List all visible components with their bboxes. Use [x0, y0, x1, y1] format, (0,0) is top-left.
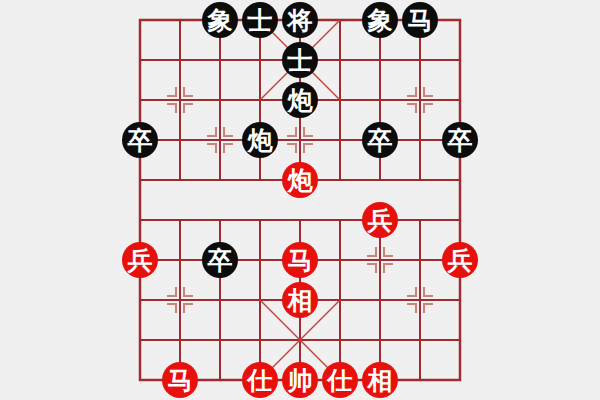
- intersection-4-8[interactable]: [280, 320, 320, 360]
- intersection-3-9[interactable]: 仕: [240, 360, 280, 400]
- intersection-3-8[interactable]: [240, 320, 280, 360]
- intersection-0-6[interactable]: 兵: [120, 240, 160, 280]
- intersection-4-4[interactable]: 炮: [280, 160, 320, 200]
- intersection-6-1[interactable]: [360, 40, 400, 80]
- piece-black-advisor[interactable]: 士: [282, 42, 318, 78]
- intersection-1-4[interactable]: [160, 160, 200, 200]
- piece-red-advisor[interactable]: 仕: [322, 362, 358, 398]
- piece-black-general[interactable]: 将: [282, 2, 318, 38]
- intersection-8-3[interactable]: 卒: [440, 120, 480, 160]
- intersection-4-3[interactable]: [280, 120, 320, 160]
- piece-red-soldier[interactable]: 兵: [362, 202, 398, 238]
- intersection-4-7[interactable]: 相: [280, 280, 320, 320]
- intersection-1-8[interactable]: [160, 320, 200, 360]
- intersection-0-8[interactable]: [120, 320, 160, 360]
- piece-red-general[interactable]: 帅: [282, 362, 318, 398]
- intersection-0-2[interactable]: [120, 80, 160, 120]
- piece-red-elephant[interactable]: 相: [362, 362, 398, 398]
- piece-black-horse[interactable]: 马: [402, 2, 438, 38]
- piece-red-soldier[interactable]: 兵: [442, 242, 478, 278]
- intersection-4-6[interactable]: 马: [280, 240, 320, 280]
- intersection-0-7[interactable]: [120, 280, 160, 320]
- intersection-3-5[interactable]: [240, 200, 280, 240]
- intersection-8-0[interactable]: [440, 0, 480, 40]
- intersection-2-4[interactable]: [200, 160, 240, 200]
- intersection-5-6[interactable]: [320, 240, 360, 280]
- piece-black-soldier[interactable]: 卒: [362, 122, 398, 158]
- intersection-6-8[interactable]: [360, 320, 400, 360]
- piece-black-advisor[interactable]: 士: [242, 2, 278, 38]
- intersection-2-1[interactable]: [200, 40, 240, 80]
- intersection-2-3[interactable]: [200, 120, 240, 160]
- intersection-1-2[interactable]: [160, 80, 200, 120]
- intersection-8-4[interactable]: [440, 160, 480, 200]
- piece-black-elephant[interactable]: 象: [362, 2, 398, 38]
- intersection-7-6[interactable]: [400, 240, 440, 280]
- xiangqi-board-screen: 象士将象马士炮卒炮卒卒炮兵兵卒马兵相马仕帅仕相: [0, 0, 600, 400]
- intersection-5-2[interactable]: [320, 80, 360, 120]
- intersection-1-9[interactable]: 马: [160, 360, 200, 400]
- intersection-1-6[interactable]: [160, 240, 200, 280]
- intersection-0-9[interactable]: [120, 360, 160, 400]
- intersection-6-7[interactable]: [360, 280, 400, 320]
- intersection-5-7[interactable]: [320, 280, 360, 320]
- intersection-5-0[interactable]: [320, 0, 360, 40]
- intersection-1-5[interactable]: [160, 200, 200, 240]
- intersection-6-6[interactable]: [360, 240, 400, 280]
- intersection-8-7[interactable]: [440, 280, 480, 320]
- intersection-5-8[interactable]: [320, 320, 360, 360]
- intersection-7-3[interactable]: [400, 120, 440, 160]
- intersection-5-4[interactable]: [320, 160, 360, 200]
- intersection-7-4[interactable]: [400, 160, 440, 200]
- intersection-2-7[interactable]: [200, 280, 240, 320]
- intersection-0-3[interactable]: 卒: [120, 120, 160, 160]
- intersection-6-4[interactable]: [360, 160, 400, 200]
- intersection-6-5[interactable]: 兵: [360, 200, 400, 240]
- piece-black-elephant[interactable]: 象: [202, 2, 238, 38]
- intersection-4-5[interactable]: [280, 200, 320, 240]
- intersection-1-7[interactable]: [160, 280, 200, 320]
- intersection-6-9[interactable]: 相: [360, 360, 400, 400]
- piece-black-cannon[interactable]: 炮: [282, 82, 318, 118]
- intersection-3-4[interactable]: [240, 160, 280, 200]
- intersection-7-2[interactable]: [400, 80, 440, 120]
- intersection-5-5[interactable]: [320, 200, 360, 240]
- piece-red-soldier[interactable]: 兵: [122, 242, 158, 278]
- intersection-7-7[interactable]: [400, 280, 440, 320]
- piece-red-horse[interactable]: 马: [162, 362, 198, 398]
- intersection-7-9[interactable]: [400, 360, 440, 400]
- intersection-8-5[interactable]: [440, 200, 480, 240]
- xiangqi-board: 象士将象马士炮卒炮卒卒炮兵兵卒马兵相马仕帅仕相: [120, 0, 480, 400]
- intersection-3-7[interactable]: [240, 280, 280, 320]
- piece-black-soldier[interactable]: 卒: [202, 242, 238, 278]
- intersection-4-2[interactable]: 炮: [280, 80, 320, 120]
- piece-black-soldier[interactable]: 卒: [122, 122, 158, 158]
- intersection-0-1[interactable]: [120, 40, 160, 80]
- piece-black-soldier[interactable]: 卒: [442, 122, 478, 158]
- intersection-3-2[interactable]: [240, 80, 280, 120]
- intersection-1-3[interactable]: [160, 120, 200, 160]
- intersection-2-8[interactable]: [200, 320, 240, 360]
- intersection-7-5[interactable]: [400, 200, 440, 240]
- intersection-8-6[interactable]: 兵: [440, 240, 480, 280]
- intersection-4-9[interactable]: 帅: [280, 360, 320, 400]
- piece-black-cannon[interactable]: 炮: [242, 122, 278, 158]
- intersection-4-0[interactable]: 将: [280, 0, 320, 40]
- intersection-1-1[interactable]: [160, 40, 200, 80]
- intersection-2-5[interactable]: [200, 200, 240, 240]
- intersection-2-6[interactable]: 卒: [200, 240, 240, 280]
- intersection-2-9[interactable]: [200, 360, 240, 400]
- intersection-7-8[interactable]: [400, 320, 440, 360]
- intersection-3-1[interactable]: [240, 40, 280, 80]
- piece-red-elephant[interactable]: 相: [282, 282, 318, 318]
- piece-red-horse[interactable]: 马: [282, 242, 318, 278]
- intersection-8-9[interactable]: [440, 360, 480, 400]
- piece-red-cannon[interactable]: 炮: [282, 162, 318, 198]
- intersection-8-2[interactable]: [440, 80, 480, 120]
- intersection-1-0[interactable]: [160, 0, 200, 40]
- intersection-4-1[interactable]: 士: [280, 40, 320, 80]
- intersection-0-5[interactable]: [120, 200, 160, 240]
- piece-red-advisor[interactable]: 仕: [242, 362, 278, 398]
- intersection-8-8[interactable]: [440, 320, 480, 360]
- intersection-3-0[interactable]: 士: [240, 0, 280, 40]
- intersection-6-2[interactable]: [360, 80, 400, 120]
- intersection-5-9[interactable]: 仕: [320, 360, 360, 400]
- intersection-3-3[interactable]: 炮: [240, 120, 280, 160]
- intersection-2-2[interactable]: [200, 80, 240, 120]
- intersection-0-0[interactable]: [120, 0, 160, 40]
- intersection-6-0[interactable]: 象: [360, 0, 400, 40]
- intersection-0-4[interactable]: [120, 160, 160, 200]
- intersection-7-1[interactable]: [400, 40, 440, 80]
- intersection-6-3[interactable]: 卒: [360, 120, 400, 160]
- intersection-5-1[interactable]: [320, 40, 360, 80]
- intersection-8-1[interactable]: [440, 40, 480, 80]
- intersection-5-3[interactable]: [320, 120, 360, 160]
- intersection-7-0[interactable]: 马: [400, 0, 440, 40]
- intersection-2-0[interactable]: 象: [200, 0, 240, 40]
- intersection-3-6[interactable]: [240, 240, 280, 280]
